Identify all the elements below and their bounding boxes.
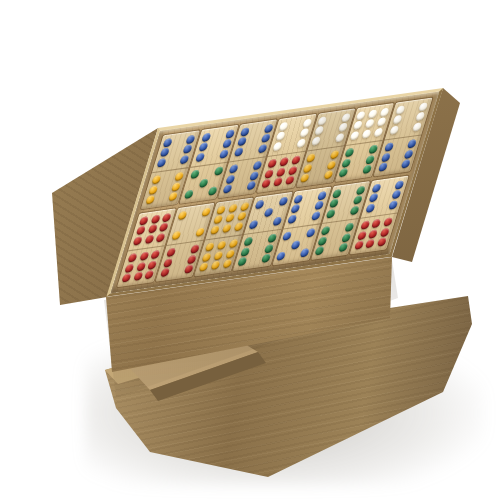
white-pip xyxy=(418,102,429,112)
yellow-pip xyxy=(303,163,314,173)
blue-pip xyxy=(218,149,229,159)
white-pip xyxy=(296,138,307,148)
red-pip xyxy=(291,155,302,165)
red-pip xyxy=(264,169,275,179)
blue-pip xyxy=(365,203,376,213)
white-pip xyxy=(275,131,286,141)
blue-pip xyxy=(263,123,274,133)
blue-pip xyxy=(314,201,325,211)
red-pip xyxy=(138,216,149,226)
blue-pip xyxy=(377,163,388,173)
yellow-pip xyxy=(300,174,311,184)
blue-pip xyxy=(282,231,293,241)
blue-pip xyxy=(222,185,233,195)
blue-pip xyxy=(371,183,382,193)
green-pip xyxy=(183,190,194,200)
blue-pip xyxy=(186,134,197,144)
red-pip xyxy=(356,231,367,241)
white-pip xyxy=(311,136,322,146)
blue-pip xyxy=(299,248,310,258)
green-pip xyxy=(345,148,356,158)
red-pip xyxy=(144,270,155,280)
product-photo-scene xyxy=(0,0,500,500)
yellow-pip xyxy=(210,225,221,235)
blue-pip xyxy=(388,200,399,210)
white-pip xyxy=(395,105,406,115)
green-pip xyxy=(356,185,367,195)
green-pip xyxy=(332,188,343,198)
green-pip xyxy=(338,168,349,178)
blue-pip xyxy=(407,139,418,149)
blue-pip xyxy=(180,155,191,165)
green-pip xyxy=(261,254,272,264)
yellow-pip xyxy=(326,160,337,170)
blue-pip xyxy=(234,147,245,157)
red-pip xyxy=(284,176,295,186)
green-pip xyxy=(338,243,349,253)
yellow-pip xyxy=(228,203,239,213)
red-pip xyxy=(127,253,138,263)
green-pip xyxy=(353,195,364,205)
blue-pip xyxy=(225,174,236,184)
red-pip xyxy=(162,212,173,222)
white-pip xyxy=(412,122,423,132)
blue-pip xyxy=(246,181,257,191)
green-pip xyxy=(341,233,352,243)
red-pip xyxy=(288,166,299,176)
white-pip xyxy=(350,131,361,141)
green-pip xyxy=(341,158,352,168)
blue-pip xyxy=(221,139,232,149)
white-pip xyxy=(338,123,349,133)
yellow-pip xyxy=(221,224,232,234)
green-pip xyxy=(362,165,373,175)
blue-pip xyxy=(368,193,379,203)
red-pip xyxy=(368,229,379,239)
yellow-pip xyxy=(306,153,317,163)
white-pip xyxy=(314,126,325,136)
blue-pip xyxy=(228,164,239,174)
yellow-pip xyxy=(194,227,205,237)
blue-pip xyxy=(225,129,236,139)
red-pip xyxy=(365,239,376,249)
white-pip xyxy=(335,133,346,143)
yellow-pip xyxy=(228,239,239,249)
red-pip xyxy=(159,223,170,233)
blue-pip xyxy=(260,134,271,144)
white-pip xyxy=(368,109,379,119)
blue-pip xyxy=(293,194,304,204)
blue-pip xyxy=(276,252,287,262)
green-pip xyxy=(213,166,224,176)
red-pip xyxy=(371,219,382,229)
yellow-pip xyxy=(174,172,185,182)
yellow-pip xyxy=(151,175,162,185)
red-pip xyxy=(147,260,158,270)
red-pip xyxy=(377,238,388,248)
yellow-pip xyxy=(239,201,250,211)
blue-pip xyxy=(183,145,194,155)
red-pip xyxy=(267,159,278,169)
white-pip xyxy=(380,107,391,117)
red-pip xyxy=(132,272,143,282)
blue-pip xyxy=(391,190,402,200)
white-pip xyxy=(365,119,376,129)
blue-pip xyxy=(240,127,251,137)
red-pip xyxy=(150,214,161,224)
blue-pip xyxy=(311,211,322,221)
white-pip xyxy=(415,112,426,122)
white-pip xyxy=(341,113,352,123)
blue-pip xyxy=(380,153,391,163)
red-pip xyxy=(380,227,391,237)
blue-pip xyxy=(404,149,415,159)
green-pip xyxy=(349,206,360,216)
red-pip xyxy=(139,252,150,262)
red-pip xyxy=(276,167,287,177)
yellow-pip xyxy=(204,242,215,252)
green-pip xyxy=(326,209,337,219)
blue-pip xyxy=(255,199,266,209)
green-pip xyxy=(237,257,248,267)
red-pip xyxy=(144,234,155,244)
blue-pip xyxy=(237,137,248,147)
yellow-pip xyxy=(171,182,182,192)
red-pip xyxy=(186,255,197,265)
red-pip xyxy=(159,268,170,278)
green-pip xyxy=(314,246,325,256)
red-pip xyxy=(261,179,272,189)
yellow-pip xyxy=(171,231,182,241)
yellow-pip xyxy=(213,215,224,225)
blue-pip xyxy=(159,148,170,158)
red-pip xyxy=(121,274,132,284)
red-pip xyxy=(150,250,161,260)
white-pip xyxy=(279,121,290,131)
blue-pip xyxy=(156,158,167,168)
green-pip xyxy=(344,223,355,233)
yellow-pip xyxy=(210,261,221,271)
yellow-pip xyxy=(225,213,236,223)
yellow-pip xyxy=(213,251,224,261)
yellow-pip xyxy=(168,192,179,202)
white-pip xyxy=(362,129,373,139)
blue-pip xyxy=(290,204,301,214)
white-pip xyxy=(353,121,364,131)
green-pip xyxy=(240,247,251,257)
white-pip xyxy=(356,110,367,120)
yellow-pip xyxy=(216,241,227,251)
red-pip xyxy=(156,233,167,243)
yellow-pip xyxy=(225,249,236,259)
blue-pip xyxy=(291,240,302,250)
white-pip xyxy=(272,142,283,152)
blue-pip xyxy=(249,171,260,181)
blue-pip xyxy=(287,214,298,224)
blue-pip xyxy=(198,142,209,152)
blue-pip xyxy=(162,138,173,148)
red-pip xyxy=(383,217,394,227)
blue-pip xyxy=(383,142,394,152)
red-pip xyxy=(183,265,194,275)
blue-pip xyxy=(278,196,289,206)
white-pip xyxy=(373,127,384,137)
yellow-pip xyxy=(222,259,233,269)
yellow-pip xyxy=(233,222,244,232)
blue-pip xyxy=(248,220,259,230)
green-pip xyxy=(190,170,201,180)
yellow-pip xyxy=(177,210,188,220)
white-pip xyxy=(392,115,403,125)
blue-pip xyxy=(257,144,268,154)
red-pip xyxy=(124,263,135,273)
white-pip xyxy=(389,125,400,135)
yellow-pip xyxy=(323,170,334,180)
blue-pip xyxy=(317,191,328,201)
blue-pip xyxy=(263,208,274,218)
green-pip xyxy=(329,199,340,209)
yellow-pip xyxy=(236,212,247,222)
red-pip xyxy=(359,220,370,230)
green-pip xyxy=(318,236,329,246)
green-pip xyxy=(243,237,254,247)
green-pip xyxy=(207,187,218,197)
white-pip xyxy=(317,116,328,126)
green-pip xyxy=(264,244,275,254)
yellow-pip xyxy=(201,252,212,262)
blue-pip xyxy=(252,161,263,171)
white-pip xyxy=(302,118,313,128)
red-pip xyxy=(132,236,143,246)
yellow-pip xyxy=(216,205,227,215)
red-pip xyxy=(353,241,364,251)
red-pip xyxy=(136,262,147,272)
red-pip xyxy=(163,258,174,268)
white-pip xyxy=(299,128,310,138)
green-pip xyxy=(368,145,379,155)
blue-pip xyxy=(394,180,405,190)
yellow-pip xyxy=(329,150,340,160)
yellow-pip xyxy=(145,195,156,205)
yellow-pip xyxy=(201,207,212,217)
red-pip xyxy=(279,157,290,167)
red-pip xyxy=(189,244,200,254)
green-pip xyxy=(365,155,376,165)
green-pip xyxy=(198,178,209,188)
red-pip xyxy=(135,226,146,236)
blue-pip xyxy=(306,228,317,238)
yellow-pip xyxy=(148,185,159,195)
red-pip xyxy=(273,177,284,187)
red-pip xyxy=(166,248,177,258)
blue-pip xyxy=(195,153,206,163)
blue-pip xyxy=(201,132,212,142)
red-pip xyxy=(147,224,158,234)
green-pip xyxy=(267,234,278,244)
blue-pip xyxy=(272,216,283,226)
green-pip xyxy=(321,226,332,236)
blue-pip xyxy=(401,159,412,169)
yellow-pip xyxy=(198,263,209,273)
white-pip xyxy=(376,117,387,127)
